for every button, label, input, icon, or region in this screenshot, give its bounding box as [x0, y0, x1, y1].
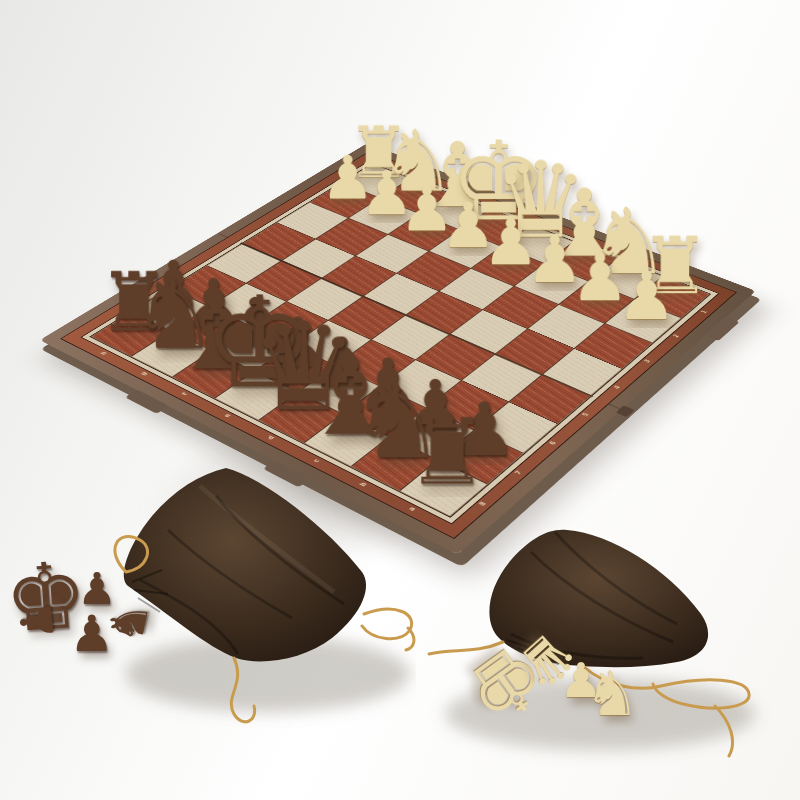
product-photo: hgfedcba 87654321 ♜♟♟♜♞♟♟♞♝♟♟♝♚♟♟♚♛♟♟♛♝♟…: [0, 0, 800, 800]
loose-pieces: ♚♟♟♟♞♚♛♟♞: [0, 0, 800, 800]
loose-piece-black-pawn: ♟: [13, 599, 61, 643]
loose-piece-white-knight: ♞: [584, 663, 640, 725]
